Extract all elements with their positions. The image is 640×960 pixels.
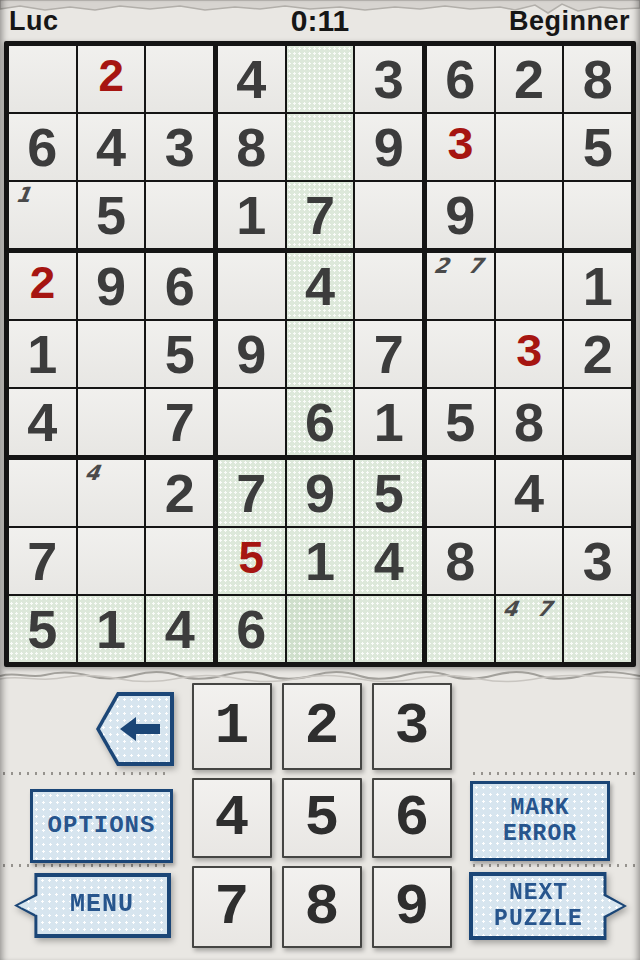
cell-r2c3[interactable]: 3 bbox=[146, 114, 213, 180]
pencil-marks: 1 bbox=[14, 185, 38, 206]
given-digit: 1 bbox=[305, 534, 335, 588]
stitch-separator-top-right bbox=[473, 772, 637, 775]
cell-r8c5[interactable]: 1 bbox=[287, 528, 354, 594]
cell-r2c2[interactable]: 4 bbox=[78, 114, 145, 180]
key-8[interactable]: 8 bbox=[282, 866, 362, 948]
cell-r2c9[interactable]: 5 bbox=[564, 114, 631, 180]
menu-button-label: MENU bbox=[70, 891, 134, 920]
cell-r5c4[interactable]: 9 bbox=[218, 321, 285, 387]
given-digit: 4 bbox=[236, 52, 266, 106]
given-digit: 4 bbox=[374, 534, 404, 588]
cell-r7c6[interactable]: 5 bbox=[355, 460, 422, 526]
cell-r4c4[interactable] bbox=[218, 253, 285, 319]
user-digit: 2 bbox=[29, 263, 57, 309]
cell-r6c5[interactable]: 6 bbox=[287, 389, 354, 455]
cell-r9c9[interactable] bbox=[564, 596, 631, 662]
cell-r6c8[interactable]: 8 bbox=[496, 389, 563, 455]
given-digit: 6 bbox=[236, 602, 266, 656]
cell-r7c2[interactable]: 4 bbox=[78, 460, 145, 526]
given-digit: 5 bbox=[96, 188, 126, 242]
box-3: 628359 bbox=[427, 46, 631, 248]
cell-r7c1[interactable] bbox=[9, 460, 76, 526]
undo-arrow-icon bbox=[118, 715, 162, 743]
pencil-marks: 4 bbox=[83, 463, 107, 484]
cell-r8c3[interactable] bbox=[146, 528, 213, 594]
key-7[interactable]: 7 bbox=[192, 866, 272, 948]
cell-r7c5[interactable]: 9 bbox=[287, 460, 354, 526]
cell-r4c3[interactable]: 6 bbox=[146, 253, 213, 319]
box-7: 427514 bbox=[9, 460, 213, 662]
cell-r8c6[interactable]: 4 bbox=[355, 528, 422, 594]
undo-button[interactable] bbox=[96, 692, 174, 766]
cell-r3c8[interactable] bbox=[496, 182, 563, 248]
cell-r6c9[interactable] bbox=[564, 389, 631, 455]
given-digit: 4 bbox=[96, 120, 126, 174]
given-digit: 9 bbox=[445, 188, 475, 242]
given-digit: 1 bbox=[96, 602, 126, 656]
cell-r5c9[interactable]: 2 bbox=[564, 321, 631, 387]
cell-r7c8[interactable]: 4 bbox=[496, 460, 563, 526]
cell-r8c7[interactable]: 8 bbox=[427, 528, 494, 594]
cell-r4c7[interactable]: 2 7 bbox=[427, 253, 494, 319]
cell-r3c3[interactable] bbox=[146, 182, 213, 248]
key-9[interactable]: 9 bbox=[372, 866, 452, 948]
cell-r9c2[interactable]: 1 bbox=[78, 596, 145, 662]
given-digit: 4 bbox=[514, 466, 544, 520]
next-puzzle-label-line1: NEXT bbox=[509, 880, 568, 906]
box-1: 264315 bbox=[9, 46, 213, 248]
box-4: 2961547 bbox=[9, 253, 213, 455]
cell-r4c6[interactable] bbox=[355, 253, 422, 319]
cell-r9c5[interactable] bbox=[287, 596, 354, 662]
cell-r8c1[interactable]: 7 bbox=[9, 528, 76, 594]
given-digit: 4 bbox=[27, 395, 57, 449]
cell-r4c8[interactable] bbox=[496, 253, 563, 319]
cell-r7c9[interactable] bbox=[564, 460, 631, 526]
cell-r9c3[interactable]: 4 bbox=[146, 596, 213, 662]
cell-r4c5[interactable]: 4 bbox=[287, 253, 354, 319]
next-puzzle-button-face: NEXT PUZZLE bbox=[473, 876, 623, 936]
cell-r2c7[interactable]: 3 bbox=[427, 114, 494, 180]
cell-r5c8[interactable]: 3 bbox=[496, 321, 563, 387]
cell-r7c4[interactable]: 7 bbox=[218, 460, 285, 526]
number-pad: 123456789 bbox=[192, 683, 452, 948]
given-digit: 8 bbox=[236, 120, 266, 174]
given-digit: 9 bbox=[374, 120, 404, 174]
given-digit: 7 bbox=[165, 395, 195, 449]
cell-r5c2[interactable] bbox=[78, 321, 145, 387]
given-digit: 2 bbox=[583, 327, 613, 381]
cell-r5c3[interactable]: 5 bbox=[146, 321, 213, 387]
cell-r2c4[interactable]: 8 bbox=[218, 114, 285, 180]
mark-error-label-line2: ERROR bbox=[503, 821, 577, 847]
cell-r6c7[interactable]: 5 bbox=[427, 389, 494, 455]
given-digit: 8 bbox=[514, 395, 544, 449]
cell-r6c2[interactable] bbox=[78, 389, 145, 455]
cell-r7c3[interactable]: 2 bbox=[146, 460, 213, 526]
given-digit: 7 bbox=[374, 327, 404, 381]
cell-r5c6[interactable]: 7 bbox=[355, 321, 422, 387]
box-8: 7955146 bbox=[218, 460, 422, 662]
cell-r3c7[interactable]: 9 bbox=[427, 182, 494, 248]
cell-r4c2[interactable]: 9 bbox=[78, 253, 145, 319]
cell-r6c6[interactable]: 1 bbox=[355, 389, 422, 455]
key-4[interactable]: 4 bbox=[192, 778, 272, 858]
given-digit: 6 bbox=[165, 259, 195, 313]
given-digit: 5 bbox=[374, 466, 404, 520]
cell-r2c6[interactable]: 9 bbox=[355, 114, 422, 180]
stitch-separator-bottom-left bbox=[3, 864, 165, 867]
cell-r2c8[interactable] bbox=[496, 114, 563, 180]
pencil-marks: 2 7 bbox=[432, 256, 490, 277]
cell-r9c4[interactable]: 6 bbox=[218, 596, 285, 662]
cell-r3c1[interactable]: 1 bbox=[9, 182, 76, 248]
given-digit: 5 bbox=[583, 120, 613, 174]
given-digit: 4 bbox=[165, 602, 195, 656]
cell-r1c9[interactable]: 8 bbox=[564, 46, 631, 112]
cell-r3c5[interactable]: 7 bbox=[287, 182, 354, 248]
given-digit: 1 bbox=[374, 395, 404, 449]
cell-r8c8[interactable] bbox=[496, 528, 563, 594]
cell-r1c3[interactable] bbox=[146, 46, 213, 112]
cell-r5c7[interactable] bbox=[427, 321, 494, 387]
cell-r6c4[interactable] bbox=[218, 389, 285, 455]
pencil-marks: 4 7 bbox=[501, 599, 559, 620]
given-digit: 3 bbox=[583, 534, 613, 588]
given-digit: 9 bbox=[305, 466, 335, 520]
given-digit: 9 bbox=[236, 327, 266, 381]
key-2[interactable]: 2 bbox=[282, 683, 362, 770]
mark-error-button[interactable]: MARK ERROR bbox=[470, 781, 610, 861]
header-bar: Luc 0:11 Beginner bbox=[0, 0, 640, 40]
given-digit: 3 bbox=[165, 120, 195, 174]
cell-r5c5[interactable] bbox=[287, 321, 354, 387]
user-digit: 3 bbox=[515, 331, 543, 377]
given-digit: 1 bbox=[27, 327, 57, 381]
menu-button-face: MENU bbox=[18, 877, 167, 934]
key-3[interactable]: 3 bbox=[372, 683, 452, 770]
cell-r8c4[interactable]: 5 bbox=[218, 528, 285, 594]
cell-r1c4[interactable]: 4 bbox=[218, 46, 285, 112]
stitch-separator-top-left bbox=[3, 772, 165, 775]
user-digit: 5 bbox=[238, 538, 266, 584]
given-digit: 8 bbox=[445, 534, 475, 588]
options-button-label: OPTIONS bbox=[48, 812, 156, 840]
given-digit: 5 bbox=[165, 327, 195, 381]
given-digit: 4 bbox=[305, 259, 335, 313]
difficulty-label: Beginner bbox=[509, 6, 630, 37]
cell-r9c1[interactable]: 5 bbox=[9, 596, 76, 662]
cell-r6c3[interactable]: 7 bbox=[146, 389, 213, 455]
key-1[interactable]: 1 bbox=[192, 683, 272, 770]
cell-r3c2[interactable]: 5 bbox=[78, 182, 145, 248]
cell-r8c9[interactable]: 3 bbox=[564, 528, 631, 594]
given-digit: 6 bbox=[27, 120, 57, 174]
cell-r8c2[interactable] bbox=[78, 528, 145, 594]
cell-r2c1[interactable]: 6 bbox=[9, 114, 76, 180]
user-digit: 2 bbox=[97, 56, 125, 102]
stitch-separator-bottom-right bbox=[473, 864, 637, 867]
given-digit: 7 bbox=[27, 534, 57, 588]
cell-r3c6[interactable] bbox=[355, 182, 422, 248]
menu-button[interactable]: MENU bbox=[14, 873, 171, 938]
cell-r6c1[interactable]: 4 bbox=[9, 389, 76, 455]
given-digit: 6 bbox=[305, 395, 335, 449]
cell-r5c1[interactable]: 1 bbox=[9, 321, 76, 387]
cell-r9c8[interactable]: 4 7 bbox=[496, 596, 563, 662]
box-5: 49761 bbox=[218, 253, 422, 455]
cell-r7c7[interactable] bbox=[427, 460, 494, 526]
given-digit: 9 bbox=[96, 259, 126, 313]
cell-r9c6[interactable] bbox=[355, 596, 422, 662]
key-6[interactable]: 6 bbox=[372, 778, 452, 858]
options-button[interactable]: OPTIONS bbox=[30, 789, 173, 863]
given-digit: 7 bbox=[236, 466, 266, 520]
given-digit: 2 bbox=[514, 52, 544, 106]
cell-r3c4[interactable]: 1 bbox=[218, 182, 285, 248]
cell-r3c9[interactable] bbox=[564, 182, 631, 248]
cell-r1c8[interactable]: 2 bbox=[496, 46, 563, 112]
given-digit: 3 bbox=[374, 52, 404, 106]
user-digit: 3 bbox=[447, 124, 475, 170]
cell-r4c9[interactable]: 1 bbox=[564, 253, 631, 319]
cell-r1c2[interactable]: 2 bbox=[78, 46, 145, 112]
cell-r9c7[interactable] bbox=[427, 596, 494, 662]
cell-r2c5[interactable] bbox=[287, 114, 354, 180]
given-digit: 6 bbox=[445, 52, 475, 106]
given-digit: 1 bbox=[583, 259, 613, 313]
mark-error-label-line1: MARK bbox=[510, 795, 569, 821]
given-digit: 1 bbox=[236, 188, 266, 242]
next-puzzle-button[interactable]: NEXT PUZZLE bbox=[469, 872, 627, 940]
cell-r1c7[interactable]: 6 bbox=[427, 46, 494, 112]
cell-r1c6[interactable]: 3 bbox=[355, 46, 422, 112]
given-digit: 7 bbox=[305, 188, 335, 242]
given-digit: 2 bbox=[165, 466, 195, 520]
given-digit: 5 bbox=[27, 602, 57, 656]
cell-r4c1[interactable]: 2 bbox=[9, 253, 76, 319]
sudoku-board: 2643154389176283592961547497612 71325842… bbox=[4, 41, 636, 667]
given-digit: 5 bbox=[445, 395, 475, 449]
box-6: 2 713258 bbox=[427, 253, 631, 455]
key-5[interactable]: 5 bbox=[282, 778, 362, 858]
cell-r1c1[interactable] bbox=[9, 46, 76, 112]
box-9: 4834 7 bbox=[427, 460, 631, 662]
given-digit: 8 bbox=[583, 52, 613, 106]
next-puzzle-label-line2: PUZZLE bbox=[494, 906, 583, 932]
box-2: 438917 bbox=[218, 46, 422, 248]
cell-r1c5[interactable] bbox=[287, 46, 354, 112]
